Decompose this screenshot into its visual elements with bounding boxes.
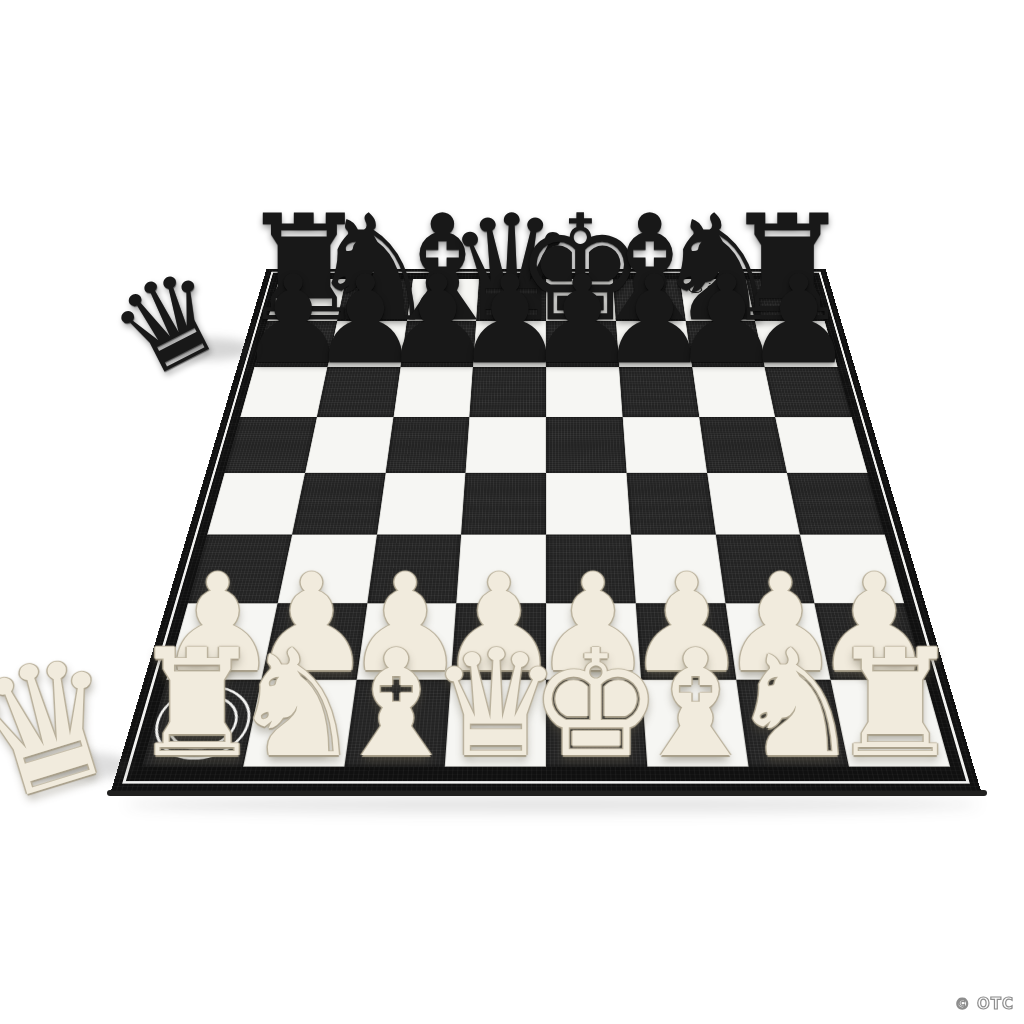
square-c6 <box>393 367 473 417</box>
square-d2 <box>451 603 546 680</box>
square-e5 <box>546 417 626 473</box>
square-h3 <box>800 534 904 603</box>
square-c3 <box>367 534 461 603</box>
square-c4 <box>377 473 466 535</box>
square-b7 <box>327 321 406 367</box>
spare-piece-black-queen: ♛ <box>94 247 243 401</box>
square-a7 <box>254 321 337 367</box>
square-c2 <box>356 603 456 680</box>
square-c5 <box>385 417 469 473</box>
board-print-label: ŠA <box>706 284 736 295</box>
square-g4 <box>707 473 800 535</box>
square-f7 <box>616 321 692 367</box>
square-g5 <box>699 417 787 473</box>
square-e3 <box>546 534 636 603</box>
square-d1 <box>445 680 546 767</box>
square-h6 <box>765 367 852 417</box>
square-a3 <box>188 534 292 603</box>
square-g3 <box>715 534 814 603</box>
square-b6 <box>317 367 401 417</box>
chess-board-grid <box>142 279 950 767</box>
square-f2 <box>636 603 736 680</box>
square-g2 <box>725 603 831 680</box>
board-drop-shadow <box>125 797 980 812</box>
square-d6 <box>470 367 546 417</box>
square-h1 <box>831 680 950 767</box>
square-c8 <box>407 279 480 321</box>
square-e1 <box>546 680 647 767</box>
square-g6 <box>692 367 776 417</box>
white-queen-glyph: ♛ <box>0 610 147 844</box>
black-queen-glyph: ♛ <box>90 238 248 409</box>
square-d3 <box>456 534 546 603</box>
square-d5 <box>466 417 546 473</box>
square-f1 <box>641 680 748 767</box>
square-f6 <box>619 367 699 417</box>
square-d7 <box>473 321 546 367</box>
square-g7 <box>685 321 764 367</box>
square-c7 <box>400 321 476 367</box>
board-print-ring-icon <box>688 285 703 292</box>
square-h4 <box>787 473 885 535</box>
watermark-copyright: © OTC <box>955 995 1014 1013</box>
square-g1 <box>736 680 849 767</box>
square-b8 <box>337 279 413 321</box>
square-f4 <box>626 473 715 535</box>
square-f3 <box>631 534 725 603</box>
square-a2 <box>166 603 277 680</box>
square-b4 <box>292 473 385 535</box>
square-b5 <box>305 417 393 473</box>
square-a8 <box>267 279 346 321</box>
square-f8 <box>613 279 686 321</box>
square-b2 <box>261 603 367 680</box>
square-h2 <box>815 603 926 680</box>
spare-piece-white-queen: ♛ <box>0 623 143 830</box>
square-f5 <box>622 417 706 473</box>
square-e6 <box>546 367 622 417</box>
product-photo-chess-set: ŠA ♜♞♝♛♚♝♞♜♟♟♟♟♟♟♟♟♟♟♟♟♟♟♟♟♜♞♝♛♚♝♞♜ ♛ ♛ … <box>0 0 1024 1024</box>
square-b1 <box>243 680 356 767</box>
square-b3 <box>277 534 376 603</box>
square-e2 <box>546 603 641 680</box>
square-h5 <box>775 417 867 473</box>
board-print-text: ŠA <box>688 284 782 295</box>
square-a5 <box>225 417 317 473</box>
square-a6 <box>240 367 327 417</box>
square-e4 <box>546 473 631 535</box>
square-e7 <box>546 321 619 367</box>
square-a4 <box>207 473 305 535</box>
square-e8 <box>546 279 616 321</box>
square-h7 <box>755 321 838 367</box>
square-a1 <box>142 680 261 767</box>
square-d8 <box>476 279 546 321</box>
square-d4 <box>461 473 546 535</box>
square-c1 <box>344 680 451 767</box>
